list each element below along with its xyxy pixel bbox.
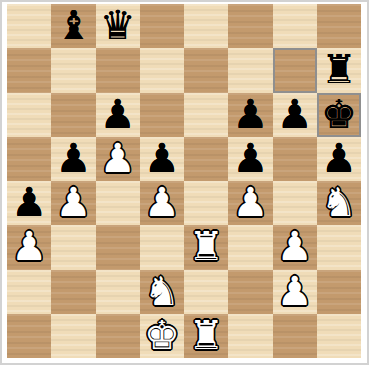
square-d3[interactable] (140, 225, 184, 269)
square-b1[interactable] (51, 314, 95, 358)
square-e6[interactable] (184, 93, 228, 137)
square-a4[interactable]: ♟ (7, 181, 51, 225)
square-g6[interactable]: ♟ (273, 93, 317, 137)
white-rook[interactable]: ♜ (188, 226, 224, 266)
square-c5[interactable]: ♟ (96, 137, 140, 181)
black-queen[interactable]: ♛ (100, 5, 136, 45)
black-pawn[interactable]: ♟ (11, 182, 47, 222)
square-b3[interactable] (51, 225, 95, 269)
square-h8[interactable] (317, 4, 361, 48)
square-e3[interactable]: ♜ (184, 225, 228, 269)
square-c4[interactable] (96, 181, 140, 225)
white-knight[interactable]: ♞ (144, 271, 180, 311)
square-f8[interactable] (228, 4, 272, 48)
square-e5[interactable] (184, 137, 228, 181)
black-king[interactable]: ♚ (321, 94, 357, 134)
square-b7[interactable] (51, 48, 95, 92)
white-rook[interactable]: ♜ (188, 315, 224, 355)
square-d4[interactable]: ♟ (140, 181, 184, 225)
square-f1[interactable] (228, 314, 272, 358)
white-pawn[interactable]: ♟ (144, 182, 180, 222)
square-e1[interactable]: ♜ (184, 314, 228, 358)
square-b6[interactable] (51, 93, 95, 137)
square-d2[interactable]: ♞ (140, 270, 184, 314)
square-b4[interactable]: ♟ (51, 181, 95, 225)
square-h4[interactable]: ♞ (317, 181, 361, 225)
black-pawn[interactable]: ♟ (321, 138, 357, 178)
square-g7[interactable] (273, 48, 317, 92)
black-pawn[interactable]: ♟ (100, 94, 136, 134)
square-b8[interactable]: ♝ (51, 4, 95, 48)
white-knight[interactable]: ♞ (321, 182, 357, 222)
square-g8[interactable] (273, 4, 317, 48)
black-pawn[interactable]: ♟ (144, 138, 180, 178)
square-f3[interactable] (228, 225, 272, 269)
square-a7[interactable] (7, 48, 51, 92)
square-f7[interactable] (228, 48, 272, 92)
square-a3[interactable]: ♟ (7, 225, 51, 269)
square-h6[interactable]: ♚ (317, 93, 361, 137)
white-pawn[interactable]: ♟ (55, 182, 91, 222)
square-f6[interactable]: ♟ (228, 93, 272, 137)
square-d5[interactable]: ♟ (140, 137, 184, 181)
square-f2[interactable] (228, 270, 272, 314)
square-d1[interactable]: ♚ (140, 314, 184, 358)
square-e8[interactable] (184, 4, 228, 48)
black-pawn[interactable]: ♟ (232, 138, 268, 178)
black-rook[interactable]: ♜ (321, 49, 357, 89)
square-h2[interactable] (317, 270, 361, 314)
square-e4[interactable] (184, 181, 228, 225)
square-h7[interactable]: ♜ (317, 48, 361, 92)
white-pawn[interactable]: ♟ (232, 182, 268, 222)
white-pawn[interactable]: ♟ (277, 226, 313, 266)
square-h3[interactable] (317, 225, 361, 269)
square-h5[interactable]: ♟ (317, 137, 361, 181)
square-e7[interactable] (184, 48, 228, 92)
square-a1[interactable] (7, 314, 51, 358)
white-pawn[interactable]: ♟ (11, 226, 47, 266)
square-a6[interactable] (7, 93, 51, 137)
square-c1[interactable] (96, 314, 140, 358)
square-d8[interactable] (140, 4, 184, 48)
square-g5[interactable] (273, 137, 317, 181)
square-d7[interactable] (140, 48, 184, 92)
square-g1[interactable] (273, 314, 317, 358)
square-g2[interactable]: ♟ (273, 270, 317, 314)
square-f4[interactable]: ♟ (228, 181, 272, 225)
square-g3[interactable]: ♟ (273, 225, 317, 269)
square-h1[interactable] (317, 314, 361, 358)
square-e2[interactable] (184, 270, 228, 314)
square-a8[interactable] (7, 4, 51, 48)
square-a5[interactable] (7, 137, 51, 181)
square-a2[interactable] (7, 270, 51, 314)
black-bishop[interactable]: ♝ (55, 5, 91, 45)
white-pawn[interactable]: ♟ (100, 138, 136, 178)
square-d6[interactable] (140, 93, 184, 137)
square-c8[interactable]: ♛ (96, 4, 140, 48)
white-king[interactable]: ♚ (144, 315, 180, 355)
square-g4[interactable] (273, 181, 317, 225)
square-b2[interactable] (51, 270, 95, 314)
white-pawn[interactable]: ♟ (277, 271, 313, 311)
black-pawn[interactable]: ♟ (55, 138, 91, 178)
square-c2[interactable] (96, 270, 140, 314)
board-frame: ♝♛♜♟♟♟♚♟♟♟♟♟♟♟♟♟♞♟♜♟♞♟♚♜ (0, 0, 369, 365)
black-pawn[interactable]: ♟ (232, 94, 268, 134)
square-f5[interactable]: ♟ (228, 137, 272, 181)
square-c7[interactable] (96, 48, 140, 92)
chess-board: ♝♛♜♟♟♟♚♟♟♟♟♟♟♟♟♟♞♟♜♟♞♟♚♜ (7, 4, 361, 358)
square-b5[interactable]: ♟ (51, 137, 95, 181)
square-c3[interactable] (96, 225, 140, 269)
black-pawn[interactable]: ♟ (277, 94, 313, 134)
square-c6[interactable]: ♟ (96, 93, 140, 137)
